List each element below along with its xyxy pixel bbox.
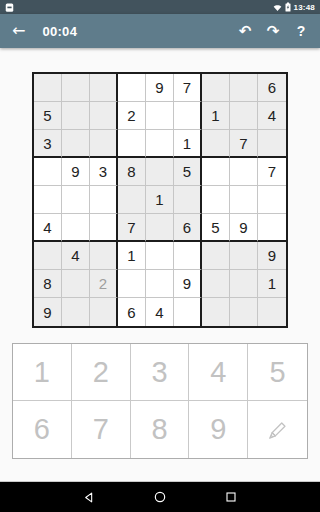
undo-icon: ↶	[239, 22, 252, 40]
cell-r4c2[interactable]: 9	[62, 158, 90, 186]
wifi-icon	[273, 3, 282, 12]
cell-r4c6[interactable]: 5	[174, 158, 202, 186]
nav-home-button[interactable]	[153, 490, 167, 504]
cell-r3c2[interactable]	[62, 130, 90, 158]
back-button[interactable]: ←	[12, 23, 25, 39]
status-bar-right: 13:48	[273, 2, 315, 12]
redo-button[interactable]: ↷	[264, 22, 282, 40]
cell-r1c7[interactable]	[202, 74, 230, 102]
numpad-key-3[interactable]: 3	[131, 344, 190, 401]
cell-r5c5[interactable]: 1	[146, 186, 174, 214]
cell-r4c9[interactable]: 7	[258, 158, 286, 186]
cell-r8c1[interactable]: 8	[34, 270, 62, 298]
cell-r6c5[interactable]	[146, 214, 174, 242]
numpad-key-8[interactable]: 8	[131, 401, 190, 458]
cell-r5c7[interactable]	[202, 186, 230, 214]
cell-r8c5[interactable]	[146, 270, 174, 298]
cell-r2c2[interactable]	[62, 102, 90, 130]
cell-r4c5[interactable]	[146, 158, 174, 186]
cell-r7c2[interactable]: 4	[62, 242, 90, 270]
numpad-key-4[interactable]: 4	[189, 344, 248, 401]
pencil-icon	[263, 415, 293, 445]
cell-r6c4[interactable]: 7	[118, 214, 146, 242]
cell-r2c5[interactable]	[146, 102, 174, 130]
cell-r9c2[interactable]	[62, 298, 90, 326]
cell-r7c9[interactable]: 9	[258, 242, 286, 270]
cell-r7c7[interactable]	[202, 242, 230, 270]
cell-r3c3[interactable]	[90, 130, 118, 158]
cell-r9c3[interactable]	[90, 298, 118, 326]
cell-r5c1[interactable]	[34, 186, 62, 214]
cell-r7c1[interactable]	[34, 242, 62, 270]
cell-r1c3[interactable]	[90, 74, 118, 102]
cell-r6c9[interactable]	[258, 214, 286, 242]
cell-r7c3[interactable]	[90, 242, 118, 270]
battery-charging-icon	[285, 2, 291, 12]
cell-r4c4[interactable]: 8	[118, 158, 146, 186]
app-bar: ← 00:04 ↶ ↷ ?	[0, 14, 320, 48]
cell-r2c3[interactable]	[90, 102, 118, 130]
cell-r7c8[interactable]	[230, 242, 258, 270]
cell-r5c2[interactable]	[62, 186, 90, 214]
toolbar-actions: ↶ ↷ ?	[236, 22, 310, 40]
cell-r6c1[interactable]: 4	[34, 214, 62, 242]
screen: 13:48 ← 00:04 ↶ ↷ ? 97652143179385714765…	[0, 0, 320, 512]
cell-r1c9[interactable]: 6	[258, 74, 286, 102]
numpad-key-1[interactable]: 1	[13, 344, 72, 401]
pencil-button[interactable]	[248, 401, 307, 458]
cell-r8c3[interactable]: 2	[90, 270, 118, 298]
cell-r5c8[interactable]	[230, 186, 258, 214]
back-arrow-icon: ←	[12, 21, 25, 40]
cell-r4c8[interactable]	[230, 158, 258, 186]
cell-r1c1[interactable]	[34, 74, 62, 102]
cell-r2c7[interactable]: 1	[202, 102, 230, 130]
cell-r4c3[interactable]: 3	[90, 158, 118, 186]
numpad-key-2[interactable]: 2	[72, 344, 131, 401]
undo-button[interactable]: ↶	[236, 22, 254, 40]
cell-r3c5[interactable]	[146, 130, 174, 158]
cell-r1c2[interactable]	[62, 74, 90, 102]
cell-r2c4[interactable]: 2	[118, 102, 146, 130]
navigation-bar	[0, 482, 320, 512]
cell-r9c9[interactable]	[258, 298, 286, 326]
cell-r6c6[interactable]: 6	[174, 214, 202, 242]
help-icon: ?	[297, 23, 306, 39]
cell-r5c4[interactable]	[118, 186, 146, 214]
numpad-key-7[interactable]: 7	[72, 401, 131, 458]
cell-r3c9[interactable]	[258, 130, 286, 158]
nav-recents-button[interactable]	[224, 490, 238, 504]
cell-r1c8[interactable]	[230, 74, 258, 102]
status-bar: 13:48	[0, 0, 320, 14]
cell-r3c8[interactable]: 7	[230, 130, 258, 158]
cell-r9c7[interactable]	[202, 298, 230, 326]
cell-r8c2[interactable]	[62, 270, 90, 298]
cell-r7c5[interactable]	[146, 242, 174, 270]
cell-r4c7[interactable]	[202, 158, 230, 186]
cell-r8c6[interactable]: 9	[174, 270, 202, 298]
cell-r5c9[interactable]	[258, 186, 286, 214]
cell-r7c4[interactable]: 1	[118, 242, 146, 270]
cell-r5c3[interactable]	[90, 186, 118, 214]
cell-r1c5[interactable]: 9	[146, 74, 174, 102]
redo-icon: ↷	[267, 22, 280, 40]
help-button[interactable]: ?	[292, 23, 310, 39]
numpad-key-6[interactable]: 6	[13, 401, 72, 458]
cell-r9c1[interactable]: 9	[34, 298, 62, 326]
cell-r9c6[interactable]	[174, 298, 202, 326]
cell-r2c9[interactable]: 4	[258, 102, 286, 130]
nav-back-button[interactable]	[82, 490, 96, 504]
back-triangle-icon	[83, 491, 96, 504]
cell-r8c9[interactable]: 1	[258, 270, 286, 298]
cell-r6c3[interactable]	[90, 214, 118, 242]
cell-r2c6[interactable]	[174, 102, 202, 130]
cell-r1c4[interactable]	[118, 74, 146, 102]
cell-r9c4[interactable]: 6	[118, 298, 146, 326]
sudoku-board: 9765214317938571476594198291964	[32, 72, 288, 328]
cell-r5c6[interactable]	[174, 186, 202, 214]
cell-r6c2[interactable]	[62, 214, 90, 242]
numpad-key-9[interactable]: 9	[189, 401, 248, 458]
cell-r9c5[interactable]: 4	[146, 298, 174, 326]
cell-r4c1[interactable]	[34, 158, 62, 186]
timer: 00:04	[42, 24, 77, 39]
numpad-key-5[interactable]: 5	[248, 344, 307, 401]
cell-r7c6[interactable]	[174, 242, 202, 270]
cell-r3c6[interactable]: 1	[174, 130, 202, 158]
cell-r3c4[interactable]	[118, 130, 146, 158]
cell-r3c1[interactable]: 3	[34, 130, 62, 158]
cell-r8c8[interactable]	[230, 270, 258, 298]
cell-r2c8[interactable]	[230, 102, 258, 130]
status-time: 13:48	[294, 3, 315, 12]
home-circle-icon	[153, 490, 167, 504]
cell-r1c6[interactable]: 7	[174, 74, 202, 102]
cell-r8c4[interactable]	[118, 270, 146, 298]
cell-r6c7[interactable]: 5	[202, 214, 230, 242]
notification-icon	[5, 3, 14, 12]
cell-r9c8[interactable]	[230, 298, 258, 326]
recents-square-icon	[225, 491, 237, 503]
cell-r8c7[interactable]	[202, 270, 230, 298]
cell-r6c8[interactable]: 9	[230, 214, 258, 242]
cell-r3c7[interactable]	[202, 130, 230, 158]
cell-r2c1[interactable]: 5	[34, 102, 62, 130]
numpad: 123456789	[12, 343, 308, 459]
